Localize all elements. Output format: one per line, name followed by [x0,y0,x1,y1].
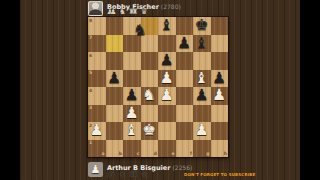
square-f5[interactable] [176,70,194,88]
black-pawn-on-g4[interactable]: ♟ [193,87,211,105]
black-bishop-on-g7[interactable]: ♝ [193,35,211,53]
square-c1[interactable]: c [123,140,141,158]
white-pawn-on-g2[interactable]: ♟ [193,122,211,140]
captured-pawn-icon: ♟ [110,171,117,179]
captured-knight-icon: ♞ [119,8,126,16]
white-pawn-on-a2[interactable]: ♟ [88,122,106,140]
square-g1[interactable]: g [193,140,211,158]
square-h7[interactable] [211,35,229,53]
square-f3[interactable] [176,105,194,123]
captured-rook-group: ♜♜ [128,171,138,179]
captured-queen-icon: ♛ [141,171,148,179]
square-c4[interactable]: ♟ [123,87,141,105]
file-label-c: c [137,152,140,157]
file-label-a: a [101,152,104,157]
captured-queen-group: ♛ [141,171,148,179]
square-g5[interactable]: ♝ [193,70,211,88]
square-b1[interactable]: b [106,140,124,158]
white-pawn-on-c3[interactable]: ♟ [123,105,141,123]
square-d1[interactable]: d [141,140,159,158]
black-pawn-on-c4[interactable]: ♟ [123,87,141,105]
square-f1[interactable]: f [176,140,194,158]
square-h8[interactable] [211,17,229,35]
white-knight-on-d4[interactable]: ♞ [141,87,159,105]
captured-queen-group: ♛ [141,8,148,16]
black-pawn-on-e6[interactable]: ♟ [158,52,176,70]
black-king-on-g8[interactable]: ♚ [193,17,211,35]
captured-pawn-group: ♟♟ [107,171,117,179]
letterbox-left [0,0,20,180]
square-g7[interactable]: ♝ [193,35,211,53]
captured-queen-icon: ♛ [141,8,148,16]
square-e7[interactable] [158,35,176,53]
captured-knight-icon: ♞ [119,171,126,179]
file-label-e: e [171,152,174,157]
square-a7[interactable]: 7 [88,35,106,53]
square-e5[interactable]: ♟ [158,70,176,88]
square-h3[interactable] [211,105,229,123]
square-d4[interactable]: ♞ [141,87,159,105]
square-e8[interactable]: ♝ [158,17,176,35]
bottom-player-rating: (2256) [172,164,192,171]
subscribe-banner-text: DON'T FORGET TO SUBSCRIBE [184,172,255,177]
square-f4[interactable] [176,87,194,105]
square-g2[interactable]: ♟ [193,122,211,140]
captured-knight-group: ♞ [119,171,126,179]
square-g6[interactable] [193,52,211,70]
square-a6[interactable]: 6 [88,52,106,70]
white-bishop-on-g5[interactable]: ♝ [193,70,211,88]
square-h2[interactable] [211,122,229,140]
square-b6[interactable] [106,52,124,70]
square-d5[interactable] [141,70,159,88]
black-knight-on-d8[interactable]: ♞ [132,22,150,40]
square-c6[interactable] [123,52,141,70]
square-h4[interactable]: ♟ [211,87,229,105]
square-e2[interactable] [158,122,176,140]
black-pawn-on-f7[interactable]: ♟ [176,35,194,53]
rank-label-8: 8 [89,19,92,24]
top-player-captured-tray: ♟♟♞♜♜♛ [107,8,148,16]
file-label-f: f [190,152,192,157]
square-a1[interactable]: 1a [88,140,106,158]
square-c5[interactable] [123,70,141,88]
square-e6[interactable]: ♟ [158,52,176,70]
white-pawn-on-h4[interactable]: ♟ [211,87,229,105]
square-h6[interactable] [211,52,229,70]
square-b7[interactable] [106,35,124,53]
rank-label-5: 5 [89,71,92,76]
rank-label-3: 3 [89,106,92,111]
file-label-d: d [154,152,157,157]
rank-label-4: 4 [89,89,92,94]
square-b5[interactable]: ♟ [106,70,124,88]
square-a2[interactable]: 2♟ [88,122,106,140]
square-e1[interactable]: e [158,140,176,158]
square-f8[interactable] [176,17,194,35]
black-pawn-on-b5[interactable]: ♟ [106,70,124,88]
square-h5[interactable]: ♟ [211,70,229,88]
square-a4[interactable]: 4 [88,87,106,105]
captured-rook-group: ♜♜ [128,8,138,16]
top-player-rating: (2780) [161,3,181,10]
square-f7[interactable]: ♟ [176,35,194,53]
square-g3[interactable] [193,105,211,123]
square-b3[interactable] [106,105,124,123]
rank-label-7: 7 [89,36,92,41]
top-player-avatar [88,1,103,16]
rank-label-1: 1 [89,141,92,146]
square-f2[interactable] [176,122,194,140]
captured-rook-icon: ♜ [131,171,138,179]
captured-pawn-group: ♟♟ [107,8,117,16]
square-b2[interactable] [106,122,124,140]
square-d8[interactable]: ♞ [141,17,159,35]
white-bishop-on-c2[interactable]: ♝ [123,122,141,140]
chess-board[interactable]: 8♞♝♚7♟♝6♟5♟♟♝♟4♟♞♟♟♟3♟2♟♝♚♟1abcdefgh [88,17,228,157]
captured-pawn-icon: ♟ [110,8,117,16]
square-h1[interactable]: h [211,140,229,158]
white-pawn-on-e4[interactable]: ♟ [158,87,176,105]
bottom-player-avatar: ♟ [88,162,103,177]
black-pawn-on-h5[interactable]: ♟ [211,70,229,88]
square-a5[interactable]: 5 [88,70,106,88]
white-king-on-d2[interactable]: ♚ [141,122,159,140]
square-f6[interactable] [176,52,194,70]
square-d2[interactable]: ♚ [141,122,159,140]
square-b4[interactable] [106,87,124,105]
square-g8[interactable]: ♚ [193,17,211,35]
file-label-h: h [224,152,227,157]
square-e4[interactable]: ♟ [158,87,176,105]
white-pawn-on-e5[interactable]: ♟ [158,70,176,88]
captured-rook-icon: ♜ [131,8,138,16]
white-pawn-avatar-icon: ♟ [91,164,101,175]
square-a8[interactable]: 8 [88,17,106,35]
square-a3[interactable]: 3 [88,105,106,123]
square-c3[interactable]: ♟ [123,105,141,123]
letterbox-right [300,0,320,180]
square-c2[interactable]: ♝ [123,122,141,140]
file-label-b: b [119,152,122,157]
black-bishop-on-e8[interactable]: ♝ [158,17,176,35]
bottom-player-captured-tray: ♟♟♞♜♜♛ [107,171,148,179]
square-d6[interactable] [141,52,159,70]
square-b8[interactable] [106,17,124,35]
captured-knight-group: ♞ [119,8,126,16]
square-g4[interactable]: ♟ [193,87,211,105]
square-e3[interactable] [158,105,176,123]
rank-label-6: 6 [89,54,92,59]
video-frame: Bobby Fischer(2780) ♟♟♞♜♜♛ 8♞♝♚7♟♝6♟5♟♟♝… [0,0,320,180]
file-label-g: g [206,152,209,157]
square-d3[interactable] [141,105,159,123]
